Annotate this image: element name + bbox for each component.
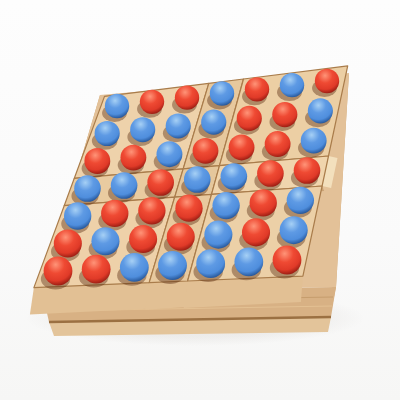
red-ball-r2c6[interactable] [272, 102, 297, 127]
red-ball-r1c3[interactable] [175, 85, 199, 109]
blue-ball-r4c1[interactable] [74, 175, 101, 202]
red-ball-r6c3[interactable] [129, 225, 157, 253]
red-ball-r5c6[interactable] [250, 189, 277, 216]
blue-ball-r2c3[interactable] [166, 113, 191, 138]
red-ball-r7c2[interactable] [82, 255, 111, 284]
red-ball-r5c2[interactable] [101, 200, 128, 227]
blue-ball-r5c7[interactable] [287, 187, 314, 214]
red-ball-r3c1[interactable] [84, 148, 110, 174]
blue-ball-r1c6[interactable] [280, 73, 304, 97]
red-ball-r6c1[interactable] [54, 229, 82, 257]
blue-ball-r7c6[interactable] [234, 247, 263, 276]
red-ball-r3c5[interactable] [229, 135, 255, 161]
blue-ball-r2c2[interactable] [130, 117, 155, 142]
red-ball-r2c5[interactable] [237, 106, 262, 131]
blue-ball-r4c4[interactable] [184, 166, 211, 193]
blue-ball-r1c4[interactable] [210, 81, 234, 105]
peg-board-scene [0, 0, 400, 400]
red-ball-r4c7[interactable] [294, 157, 321, 184]
blue-ball-r4c5[interactable] [221, 163, 248, 190]
red-ball-r7c7[interactable] [273, 246, 302, 275]
blue-ball-r2c1[interactable] [95, 121, 120, 146]
blue-ball-r6c7[interactable] [280, 216, 308, 244]
blue-ball-r5c1[interactable] [64, 202, 91, 229]
red-ball-r5c3[interactable] [138, 197, 165, 224]
blue-ball-r5c5[interactable] [212, 192, 239, 219]
red-ball-r4c6[interactable] [257, 160, 284, 187]
red-ball-r1c5[interactable] [245, 77, 269, 101]
block-bottom-edge-front [145, 281, 187, 310]
blue-ball-r7c4[interactable] [158, 251, 187, 280]
blue-ball-r3c7[interactable] [301, 128, 327, 154]
blue-ball-r1c1[interactable] [105, 94, 129, 118]
red-ball-r1c7[interactable] [315, 69, 339, 93]
blue-ball-r6c2[interactable] [91, 227, 119, 255]
red-ball-r1c2[interactable] [140, 90, 164, 114]
red-ball-r7c1[interactable] [44, 257, 73, 286]
red-ball-r6c4[interactable] [167, 223, 195, 251]
blue-ball-r4c2[interactable] [111, 172, 138, 199]
blue-ball-r6c5[interactable] [204, 221, 232, 249]
blue-ball-r7c3[interactable] [120, 253, 149, 282]
blue-ball-r2c7[interactable] [308, 98, 333, 123]
red-ball-r3c6[interactable] [265, 131, 291, 157]
blue-ball-r2c4[interactable] [201, 110, 226, 135]
red-ball-r4c3[interactable] [147, 169, 174, 196]
red-ball-r6c6[interactable] [242, 218, 270, 246]
red-ball-r3c4[interactable] [193, 138, 219, 164]
red-ball-r5c4[interactable] [175, 195, 202, 222]
red-ball-r3c2[interactable] [120, 145, 146, 171]
product-photo-stage [0, 0, 400, 400]
blue-ball-r7c5[interactable] [196, 249, 225, 278]
blue-ball-r3c3[interactable] [157, 141, 183, 167]
